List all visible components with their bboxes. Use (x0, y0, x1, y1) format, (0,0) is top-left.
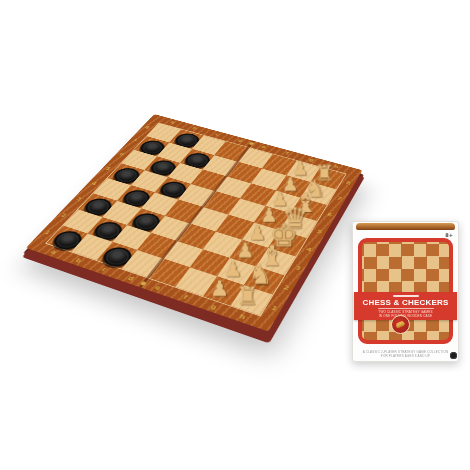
box-footer: A CLASSIC 2-PLAYER STRATEGY GAME COLLECT… (357, 350, 454, 358)
square-e4 (190, 207, 228, 231)
white-pawn: ♟ (204, 278, 235, 299)
product-box: 8+ CHESS & CHECKERS TWO CLASSIC STRATEGY… (352, 221, 459, 362)
band-divider-rule (378, 308, 434, 309)
chess-checkers-board: abcdefgh abcdefgh 87654321 87654321 ♟♜♟♞… (26, 114, 363, 331)
box-top-wood-strip (356, 223, 455, 230)
box-title: CHESS & CHECKERS (354, 298, 457, 307)
box-footer-line2: FOR PLAYERS AGES 8 AND UP (357, 354, 454, 358)
brand-logo-icon (450, 352, 457, 359)
board-squares: ♟♜♟♞♟♝♟♛♟♚♟♝♟♞♟♜ (45, 123, 346, 317)
box-seal-badge (391, 315, 410, 334)
white-rook: ♜ (232, 284, 264, 309)
band-ornament-rule (393, 295, 419, 297)
seal-emblem-icon (396, 321, 406, 328)
age-label: 8+ (445, 232, 453, 238)
